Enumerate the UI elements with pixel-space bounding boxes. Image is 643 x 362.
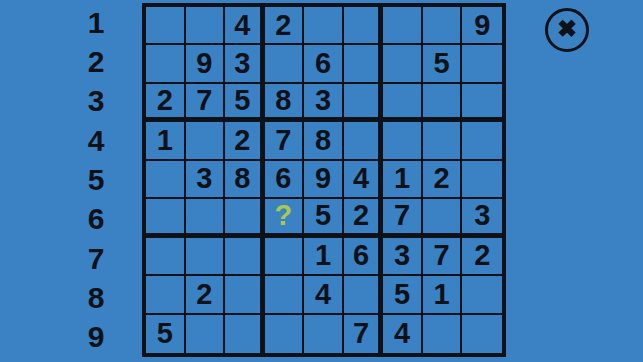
cell-digit: 4 (234, 11, 250, 40)
sudoku-cell-r4c3[interactable]: 2 (225, 122, 265, 160)
sudoku-cell-r2c8[interactable]: 5 (423, 45, 463, 83)
row-label-2: 2 (70, 42, 122, 81)
close-icon: ✖ (557, 17, 577, 41)
cell-digit: 2 (196, 280, 212, 309)
sudoku-cell-r9c7[interactable]: 4 (383, 315, 423, 353)
sudoku-cell-r1c7[interactable] (383, 7, 423, 45)
sudoku-cell-r4c1[interactable]: 1 (146, 122, 186, 160)
cell-digit: 8 (234, 164, 250, 193)
sudoku-cell-r6c8[interactable] (423, 199, 463, 237)
cell-digit: 5 (157, 319, 173, 348)
cell-digit: 1 (157, 126, 173, 155)
close-button[interactable]: ✖ (545, 8, 589, 52)
cell-digit: 1 (394, 164, 410, 193)
sudoku-cell-r3c7[interactable] (383, 84, 423, 122)
sudoku-cell-r7c8[interactable]: 7 (423, 238, 463, 276)
sudoku-cell-r6c2[interactable] (186, 199, 226, 237)
sudoku-cell-r1c4[interactable]: 2 (265, 7, 305, 45)
sudoku-screen: 123456789 42993652758312783869412?527316… (0, 0, 643, 362)
sudoku-cell-r5c5[interactable]: 9 (304, 161, 344, 199)
sudoku-cell-r7c9[interactable]: 2 (462, 238, 502, 276)
cell-digit: 2 (275, 11, 291, 40)
cell-digit: 8 (275, 86, 291, 115)
cell-digit: 6 (353, 241, 369, 270)
sudoku-cell-r3c5[interactable]: 3 (304, 84, 344, 122)
row-label-5: 5 (70, 160, 122, 199)
sudoku-cell-r7c1[interactable] (146, 238, 186, 276)
sudoku-cell-r4c4[interactable]: 7 (265, 122, 305, 160)
sudoku-cell-r9c1[interactable]: 5 (146, 315, 186, 353)
cell-digit: 7 (394, 201, 410, 230)
sudoku-cell-r3c1[interactable]: 2 (146, 84, 186, 122)
sudoku-cell-r2c4[interactable] (265, 45, 305, 83)
sudoku-cell-r8c1[interactable] (146, 276, 186, 314)
cell-digit: 7 (196, 86, 212, 115)
sudoku-cell-r8c9[interactable] (462, 276, 502, 314)
cell-digit: 5 (434, 49, 450, 78)
sudoku-board: 42993652758312783869412?5273163722451574 (142, 3, 506, 357)
sudoku-cell-r3c9[interactable] (462, 84, 502, 122)
sudoku-cell-r9c3[interactable] (225, 315, 265, 353)
sudoku-cell-r4c5[interactable]: 8 (304, 122, 344, 160)
sudoku-cell-r8c3[interactable] (225, 276, 265, 314)
sudoku-cell-r1c6[interactable] (344, 7, 384, 45)
cell-digit: 4 (394, 319, 410, 348)
sudoku-cell-r5c6[interactable]: 4 (344, 161, 384, 199)
sudoku-cell-r6c9[interactable]: 3 (462, 199, 502, 237)
row-label-4: 4 (70, 121, 122, 160)
sudoku-cell-r4c6[interactable] (344, 122, 384, 160)
sudoku-cell-r3c3[interactable]: 5 (225, 84, 265, 122)
sudoku-cell-r5c9[interactable] (462, 161, 502, 199)
sudoku-cell-r6c3[interactable] (225, 199, 265, 237)
cell-digit: 2 (434, 164, 450, 193)
sudoku-cell-r9c4[interactable] (265, 315, 305, 353)
sudoku-cell-r6c7[interactable]: 7 (383, 199, 423, 237)
sudoku-cell-r8c7[interactable]: 5 (383, 276, 423, 314)
cell-digit: 9 (196, 49, 212, 78)
cell-digit: 4 (353, 164, 369, 193)
cell-digit: 3 (196, 164, 212, 193)
sudoku-cell-r1c8[interactable] (423, 7, 463, 45)
cell-digit: 7 (275, 126, 291, 155)
sudoku-cell-r8c5[interactable]: 4 (304, 276, 344, 314)
cell-digit: 2 (474, 241, 490, 270)
sudoku-cell-r2c3[interactable]: 3 (225, 45, 265, 83)
sudoku-cell-r7c5[interactable]: 1 (304, 238, 344, 276)
sudoku-cell-r3c6[interactable] (344, 84, 384, 122)
cell-digit: 6 (315, 49, 331, 78)
cell-digit: 8 (315, 126, 331, 155)
cell-digit: 3 (315, 86, 331, 115)
unknown-mark: ? (275, 201, 293, 230)
cell-digit: 7 (434, 241, 450, 270)
sudoku-cell-r9c8[interactable] (423, 315, 463, 353)
cell-digit: 2 (234, 126, 250, 155)
row-labels: 123456789 (70, 3, 122, 357)
sudoku-cell-r4c2[interactable] (186, 122, 226, 160)
cell-digit: 7 (353, 319, 369, 348)
sudoku-cell-r2c5[interactable]: 6 (304, 45, 344, 83)
row-label-9: 9 (70, 318, 122, 357)
sudoku-cell-r5c8[interactable]: 2 (423, 161, 463, 199)
cell-digit: 5 (315, 201, 331, 230)
row-label-8: 8 (70, 278, 122, 317)
sudoku-cell-r8c6[interactable] (344, 276, 384, 314)
sudoku-cell-r7c7[interactable]: 3 (383, 238, 423, 276)
row-label-3: 3 (70, 82, 122, 121)
sudoku-cell-r1c1[interactable] (146, 7, 186, 45)
sudoku-cell-r5c7[interactable]: 1 (383, 161, 423, 199)
sudoku-cell-r8c4[interactable] (265, 276, 305, 314)
sudoku-cell-r2c6[interactable] (344, 45, 384, 83)
sudoku-cell-r6c5[interactable]: 5 (304, 199, 344, 237)
sudoku-cell-r8c2[interactable]: 2 (186, 276, 226, 314)
row-label-1: 1 (70, 3, 122, 42)
sudoku-cell-r1c3[interactable]: 4 (225, 7, 265, 45)
sudoku-cell-r3c2[interactable]: 7 (186, 84, 226, 122)
sudoku-cell-r9c9[interactable] (462, 315, 502, 353)
sudoku-cell-r1c5[interactable] (304, 7, 344, 45)
sudoku-cell-r4c8[interactable] (423, 122, 463, 160)
sudoku-cell-r3c4[interactable]: 8 (265, 84, 305, 122)
cell-digit: 2 (353, 201, 369, 230)
cell-digit: 3 (394, 241, 410, 270)
sudoku-cell-r2c7[interactable] (383, 45, 423, 83)
cell-digit: 1 (434, 280, 450, 309)
sudoku-cell-r5c2[interactable]: 3 (186, 161, 226, 199)
cell-digit: 3 (474, 201, 490, 230)
row-label-7: 7 (70, 239, 122, 278)
sudoku-cell-r2c9[interactable] (462, 45, 502, 83)
sudoku-cell-r5c1[interactable] (146, 161, 186, 199)
sudoku-cell-r7c3[interactable] (225, 238, 265, 276)
cell-digit: 5 (234, 86, 250, 115)
sudoku-cell-r7c4[interactable] (265, 238, 305, 276)
cell-digit: 4 (315, 280, 331, 309)
sudoku-cell-r6c6[interactable]: 2 (344, 199, 384, 237)
sudoku-cell-r7c6[interactable]: 6 (344, 238, 384, 276)
cell-digit: 1 (315, 241, 331, 270)
sudoku-cell-r6c4[interactable]: ? (265, 199, 305, 237)
row-label-6: 6 (70, 200, 122, 239)
cell-digit: 2 (157, 86, 173, 115)
sudoku-cell-r1c2[interactable] (186, 7, 226, 45)
sudoku-cell-r2c2[interactable]: 9 (186, 45, 226, 83)
sudoku-cell-r6c1[interactable] (146, 199, 186, 237)
cell-digit: 9 (315, 164, 331, 193)
sudoku-cell-r5c3[interactable]: 8 (225, 161, 265, 199)
sudoku-cell-r7c2[interactable] (186, 238, 226, 276)
sudoku-cell-r9c5[interactable] (304, 315, 344, 353)
sudoku-cell-r2c1[interactable] (146, 45, 186, 83)
cell-digit: 6 (275, 164, 291, 193)
sudoku-cell-r1c9[interactable]: 9 (462, 7, 502, 45)
sudoku-cell-r8c8[interactable]: 1 (423, 276, 463, 314)
cell-digit: 9 (474, 11, 490, 40)
sudoku-cell-r3c8[interactable] (423, 84, 463, 122)
sudoku-cell-r9c2[interactable] (186, 315, 226, 353)
cell-digit: 5 (394, 280, 410, 309)
sudoku-cell-r5c4[interactable]: 6 (265, 161, 305, 199)
sudoku-cell-r4c9[interactable] (462, 122, 502, 160)
cell-digit: 3 (234, 49, 250, 78)
sudoku-cell-r4c7[interactable] (383, 122, 423, 160)
sudoku-cell-r9c6[interactable]: 7 (344, 315, 384, 353)
